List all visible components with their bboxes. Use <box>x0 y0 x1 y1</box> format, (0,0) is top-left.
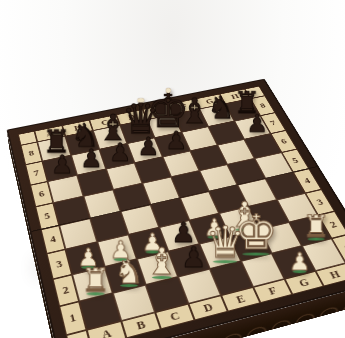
piece-white-rook: ♜ <box>303 211 330 241</box>
square-h7: ♟ <box>234 116 270 140</box>
board-grid: ABCDEFGH8♜♞♝♛♚♝♞♜87♟♟♟♟♟♟76655443♟♟♟♟♟♝3… <box>18 86 345 338</box>
piece-black-pawn: ♟ <box>80 146 103 171</box>
square-b7: ♟ <box>71 149 106 175</box>
piece-black-pawn: ♟ <box>137 134 159 159</box>
square-a7: ♟ <box>42 155 77 181</box>
piece-black-pawn: ♟ <box>165 129 187 154</box>
piece-white-queen: ♛ <box>206 220 245 264</box>
piece-black-knight: ♞ <box>207 92 235 123</box>
square-d7: ♟ <box>127 138 162 163</box>
chess-board: ABCDEFGH8♜♞♝♛♚♝♞♜87♟♟♟♟♟♟76655443♟♟♟♟♟♝3… <box>7 79 345 338</box>
piece-black-pawn: ♟ <box>109 140 131 165</box>
piece-black-pawn: ♟ <box>181 244 207 272</box>
file-label-b: B <box>121 312 161 338</box>
piece-white-pawn: ♟ <box>289 250 311 275</box>
square-a2: ♜ <box>72 267 113 302</box>
piece-white-rook: ♜ <box>81 264 110 296</box>
square-b2: ♞ <box>105 259 146 293</box>
piece-white-bishop: ♝ <box>145 243 178 280</box>
product-photo: ABCDEFGH8♜♞♝♛♚♝♞♜87♟♟♟♟♟♟76655443♟♟♟♟♟♝3… <box>0 0 345 338</box>
square-c7: ♟ <box>99 143 134 168</box>
piece-white-knight: ♞ <box>114 255 144 288</box>
piece-black-pawn: ♟ <box>51 152 74 177</box>
piece-black-pawn: ♟ <box>246 112 268 136</box>
